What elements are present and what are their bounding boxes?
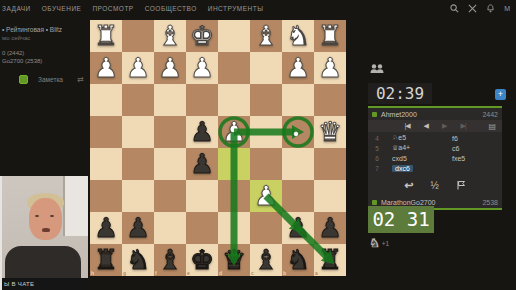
color-indicator-icon[interactable] (19, 75, 28, 84)
square-g8[interactable]: g♞ (122, 244, 154, 276)
square-e1[interactable]: ♚ (186, 20, 218, 52)
square-f6[interactable] (154, 180, 186, 212)
nav-item-инструменты[interactable]: ИНСТРУМЕНТЫ (208, 5, 264, 12)
white-king-e1[interactable]: ♚ (186, 20, 218, 52)
white-rook-h1[interactable]: ♜ (90, 20, 122, 52)
move-white-4[interactable]: ♘e5 (392, 134, 406, 141)
square-d7[interactable] (218, 212, 250, 244)
note-tab-row: Заметка ⇄ (0, 71, 88, 87)
square-g3[interactable] (122, 84, 154, 116)
white-player-rating: 2442 (482, 111, 498, 118)
white-bishop-f1[interactable]: ♝ (154, 20, 186, 52)
move-list: 4♘e5f65♕a4+c66cxd5fxe57dxc6 (368, 132, 502, 174)
top-nav-items: ЗАДАЧИОБУЧЕНИЕПРОСМОТРСООБЩЕСТВОИНСТРУМЕ… (2, 5, 264, 12)
square-b6[interactable] (282, 180, 314, 212)
square-e8[interactable]: e♚ (186, 244, 218, 276)
square-b1[interactable]: ♞ (282, 20, 314, 52)
square-h3[interactable] (90, 84, 122, 116)
square-c5[interactable] (250, 148, 282, 180)
square-f2[interactable]: ♟ (154, 52, 186, 84)
square-b4[interactable] (282, 116, 314, 148)
black-rook-a8[interactable]: ♜ (314, 244, 346, 276)
top-nav: ЗАДАЧИОБУЧЕНИЕПРОСМОТРСООБЩЕСТВОИНСТРУМЕ… (0, 0, 516, 17)
give-more-time-button[interactable]: + (495, 89, 506, 100)
black-bishop-c8[interactable]: ♝ (250, 244, 282, 276)
file-coordinate: c (251, 270, 254, 276)
black-knight-g8[interactable]: ♞ (122, 244, 154, 276)
webcam-window-background (63, 176, 88, 236)
game-meta-block: • Рейтинговая • Blitz мо сейчас 0 (2442)… (2, 25, 88, 65)
move-white-5[interactable]: ♕a4+ (392, 144, 410, 151)
square-g5[interactable] (122, 148, 154, 180)
black-knight-b8[interactable]: ♞ (282, 244, 314, 276)
square-c3[interactable] (250, 84, 282, 116)
square-f8[interactable]: f♝ (154, 244, 186, 276)
takeback-button[interactable]: ↩ (404, 179, 413, 192)
square-h7[interactable]: ♟ (90, 212, 122, 244)
file-coordinate: b (283, 270, 286, 276)
streamer-eye-right (50, 215, 54, 217)
square-d2[interactable] (218, 52, 250, 84)
white-queen-a4[interactable]: ♛ (314, 116, 346, 148)
file-coordinate: f (155, 270, 157, 276)
square-e3[interactable] (186, 84, 218, 116)
square-d8[interactable]: d♛ (218, 244, 250, 276)
white-rook-a1[interactable]: ♜ (314, 20, 346, 52)
move-number: 5 (368, 145, 386, 152)
black-pawn-e5[interactable]: ♟ (186, 148, 218, 180)
square-e2[interactable]: ♟ (186, 52, 218, 84)
move-row-4: 4♘e5f6 (368, 133, 502, 143)
white-pawn-g2[interactable]: ♟ (122, 52, 154, 84)
previous-move-icon[interactable]: ◀ (424, 120, 428, 132)
move-black-4[interactable]: f6 (452, 135, 502, 142)
square-g6[interactable] (122, 180, 154, 212)
online-indicator-icon (372, 200, 377, 205)
move-white-7[interactable]: dxc6 (392, 165, 413, 172)
square-h2[interactable]: ♟ (90, 52, 122, 84)
black-pawn-b7[interactable]: ♟ (282, 212, 314, 244)
black-rook-h8[interactable]: ♜ (90, 244, 122, 276)
black-pawn-e4[interactable]: ♟ (186, 116, 218, 148)
move-white-6[interactable]: cxd5 (392, 155, 407, 162)
next-move-icon[interactable]: ▶ (442, 120, 446, 132)
file-coordinate: g (123, 270, 126, 276)
white-pawn-a2[interactable]: ♟ (314, 52, 346, 84)
square-a3[interactable] (314, 84, 346, 116)
square-h6[interactable] (90, 180, 122, 212)
move-number: 4 (368, 135, 386, 142)
game-action-buttons: ↩ ½ (368, 174, 502, 196)
white-bishop-c1[interactable]: ♝ (250, 20, 282, 52)
square-e4[interactable]: ♟ (186, 116, 218, 148)
file-coordinate: e (187, 270, 190, 276)
black-player-line[interactable]: Go2700 (2538) (2, 57, 88, 65)
black-clock-running: 02 31 (368, 206, 434, 233)
square-c4[interactable] (250, 116, 282, 148)
white-pawn-h2[interactable]: ♟ (90, 52, 122, 84)
square-b3[interactable] (282, 84, 314, 116)
online-indicator-icon (372, 112, 377, 117)
white-player-row[interactable]: Ahmet2000 2442 (368, 108, 502, 120)
move-black-5[interactable]: c6 (452, 145, 502, 152)
chess-board[interactable]: ♜♝♚♝♞♜♟♟♟♟♟♟♟♟♛♟♟♟♟♟♟h♜g♞f♝e♚d♛c♝b♞a♜ (90, 20, 346, 276)
square-g4[interactable] (122, 116, 154, 148)
share-icon[interactable]: ⇄ (77, 75, 84, 84)
streamer-face (29, 198, 62, 240)
black-player-rating: 2538 (482, 199, 498, 206)
move-row-6: 6cxd5fxe5 (368, 153, 502, 163)
square-a5[interactable] (314, 148, 346, 180)
square-e5[interactable]: ♟ (186, 148, 218, 180)
challenge-crossed-swords-icon[interactable] (468, 4, 477, 13)
square-e7[interactable] (186, 212, 218, 244)
square-d5[interactable] (218, 148, 250, 180)
analysis-board-icon[interactable]: ▤ (488, 122, 496, 131)
search-icon[interactable] (450, 4, 459, 13)
white-clock: 02:39 (368, 83, 432, 104)
move-number: 6 (368, 155, 386, 162)
webcam-caption: Ы В ЧАТЕ (2, 278, 88, 290)
black-player-name[interactable]: MarathonGo2700 (381, 199, 435, 206)
square-a4[interactable]: ♛ (314, 116, 346, 148)
square-b2[interactable]: ♟ (282, 52, 314, 84)
black-bishop-f8[interactable]: ♝ (154, 244, 186, 276)
square-a8[interactable]: a♜ (314, 244, 346, 276)
offer-draw-button[interactable]: ½ (430, 180, 438, 191)
white-pawn-d4[interactable]: ♟ (218, 116, 250, 148)
top-nav-right: M (450, 4, 510, 13)
live-now-label: мо сейчас (2, 34, 88, 43)
streamer-shoulders (5, 246, 81, 278)
lichess-game-screen: ЗАДАЧИОБУЧЕНИЕПРОСМОТРСООБЩЕСТВОИНСТРУМЕ… (0, 0, 516, 290)
white-pawn-e2[interactable]: ♟ (186, 52, 218, 84)
square-h4[interactable] (90, 116, 122, 148)
streamer-webcam: Ы В ЧАТЕ (0, 176, 88, 290)
square-c1[interactable]: ♝ (250, 20, 282, 52)
move-number: 7 (368, 165, 386, 172)
square-a7[interactable]: ♟ (314, 212, 346, 244)
square-f5[interactable] (154, 148, 186, 180)
square-a2[interactable]: ♟ (314, 52, 346, 84)
streamer-eye-left (35, 215, 39, 217)
panel-body: Ahmet2000 2442 |◀◀▶▶|▤ 4♘e5f65♕a4+c66cxd… (368, 106, 502, 210)
square-c7[interactable] (250, 212, 282, 244)
square-a6[interactable] (314, 180, 346, 212)
square-d3[interactable] (218, 84, 250, 116)
square-g2[interactable]: ♟ (122, 52, 154, 84)
spectators-icon (370, 64, 384, 73)
square-b8[interactable]: b♞ (282, 244, 314, 276)
last-move-icon[interactable]: ▶| (460, 120, 465, 132)
white-pawn-f2[interactable]: ♟ (154, 52, 186, 84)
square-b5[interactable] (282, 148, 314, 180)
move-row-7: 7dxc6 (368, 163, 502, 173)
note-tab-label[interactable]: Заметка (38, 76, 63, 83)
black-king-e8[interactable]: ♚ (186, 244, 218, 276)
square-d4[interactable]: ♟ (218, 116, 250, 148)
file-coordinate: d (219, 270, 222, 276)
username-truncated[interactable]: M (504, 5, 510, 12)
square-d6[interactable] (218, 180, 250, 212)
streamer-mouth (42, 228, 50, 232)
file-coordinate: a (315, 270, 318, 276)
white-player-name[interactable]: Ahmet2000 (381, 111, 417, 118)
square-h1[interactable]: ♜ (90, 20, 122, 52)
square-e6[interactable] (186, 180, 218, 212)
nav-item-сообщество[interactable]: СООБЩЕСТВО (145, 5, 197, 12)
nav-item-просмотр[interactable]: ПРОСМОТР (92, 5, 133, 12)
square-h8[interactable]: h♜ (90, 244, 122, 276)
square-b7[interactable]: ♟ (282, 212, 314, 244)
move-black-6[interactable]: fxe5 (452, 155, 502, 162)
black-queen-d8[interactable]: ♛ (218, 244, 250, 276)
black-pawn-a7[interactable]: ♟ (314, 212, 346, 244)
square-d1[interactable] (218, 20, 250, 52)
black-pawn-g7[interactable]: ♟ (122, 212, 154, 244)
white-pawn-c6[interactable]: ♟ (250, 180, 282, 212)
square-h5[interactable] (90, 148, 122, 180)
resign-flag-icon[interactable] (456, 180, 466, 190)
first-move-icon[interactable]: |◀ (404, 120, 409, 132)
square-f3[interactable] (154, 84, 186, 116)
white-pawn-b2[interactable]: ♟ (282, 52, 314, 84)
square-a1[interactable]: ♜ (314, 20, 346, 52)
nav-item-задачи[interactable]: ЗАДАЧИ (2, 5, 31, 12)
square-f1[interactable]: ♝ (154, 20, 186, 52)
captured-knight-icon: ♞ (369, 236, 380, 250)
square-f7[interactable] (154, 212, 186, 244)
white-player-line[interactable]: 0 (2442) (2, 49, 88, 57)
white-knight-b1[interactable]: ♞ (282, 20, 314, 52)
square-g7[interactable]: ♟ (122, 212, 154, 244)
material-advantage: ♞ +1 (369, 236, 389, 250)
black-pawn-h7[interactable]: ♟ (90, 212, 122, 244)
nav-item-обучение[interactable]: ОБУЧЕНИЕ (42, 5, 82, 12)
material-score: +1 (382, 240, 389, 247)
square-g1[interactable] (122, 20, 154, 52)
file-coordinate: h (91, 270, 94, 276)
square-c2[interactable] (250, 52, 282, 84)
square-c8[interactable]: c♝ (250, 244, 282, 276)
square-f4[interactable] (154, 116, 186, 148)
move-nav-row: |◀◀▶▶|▤ (368, 120, 502, 132)
move-row-5: 5♕a4+c6 (368, 143, 502, 153)
notifications-bell-icon[interactable] (486, 4, 495, 13)
game-type-label: • Рейтинговая • Blitz (2, 25, 88, 34)
square-c6[interactable]: ♟ (250, 180, 282, 212)
